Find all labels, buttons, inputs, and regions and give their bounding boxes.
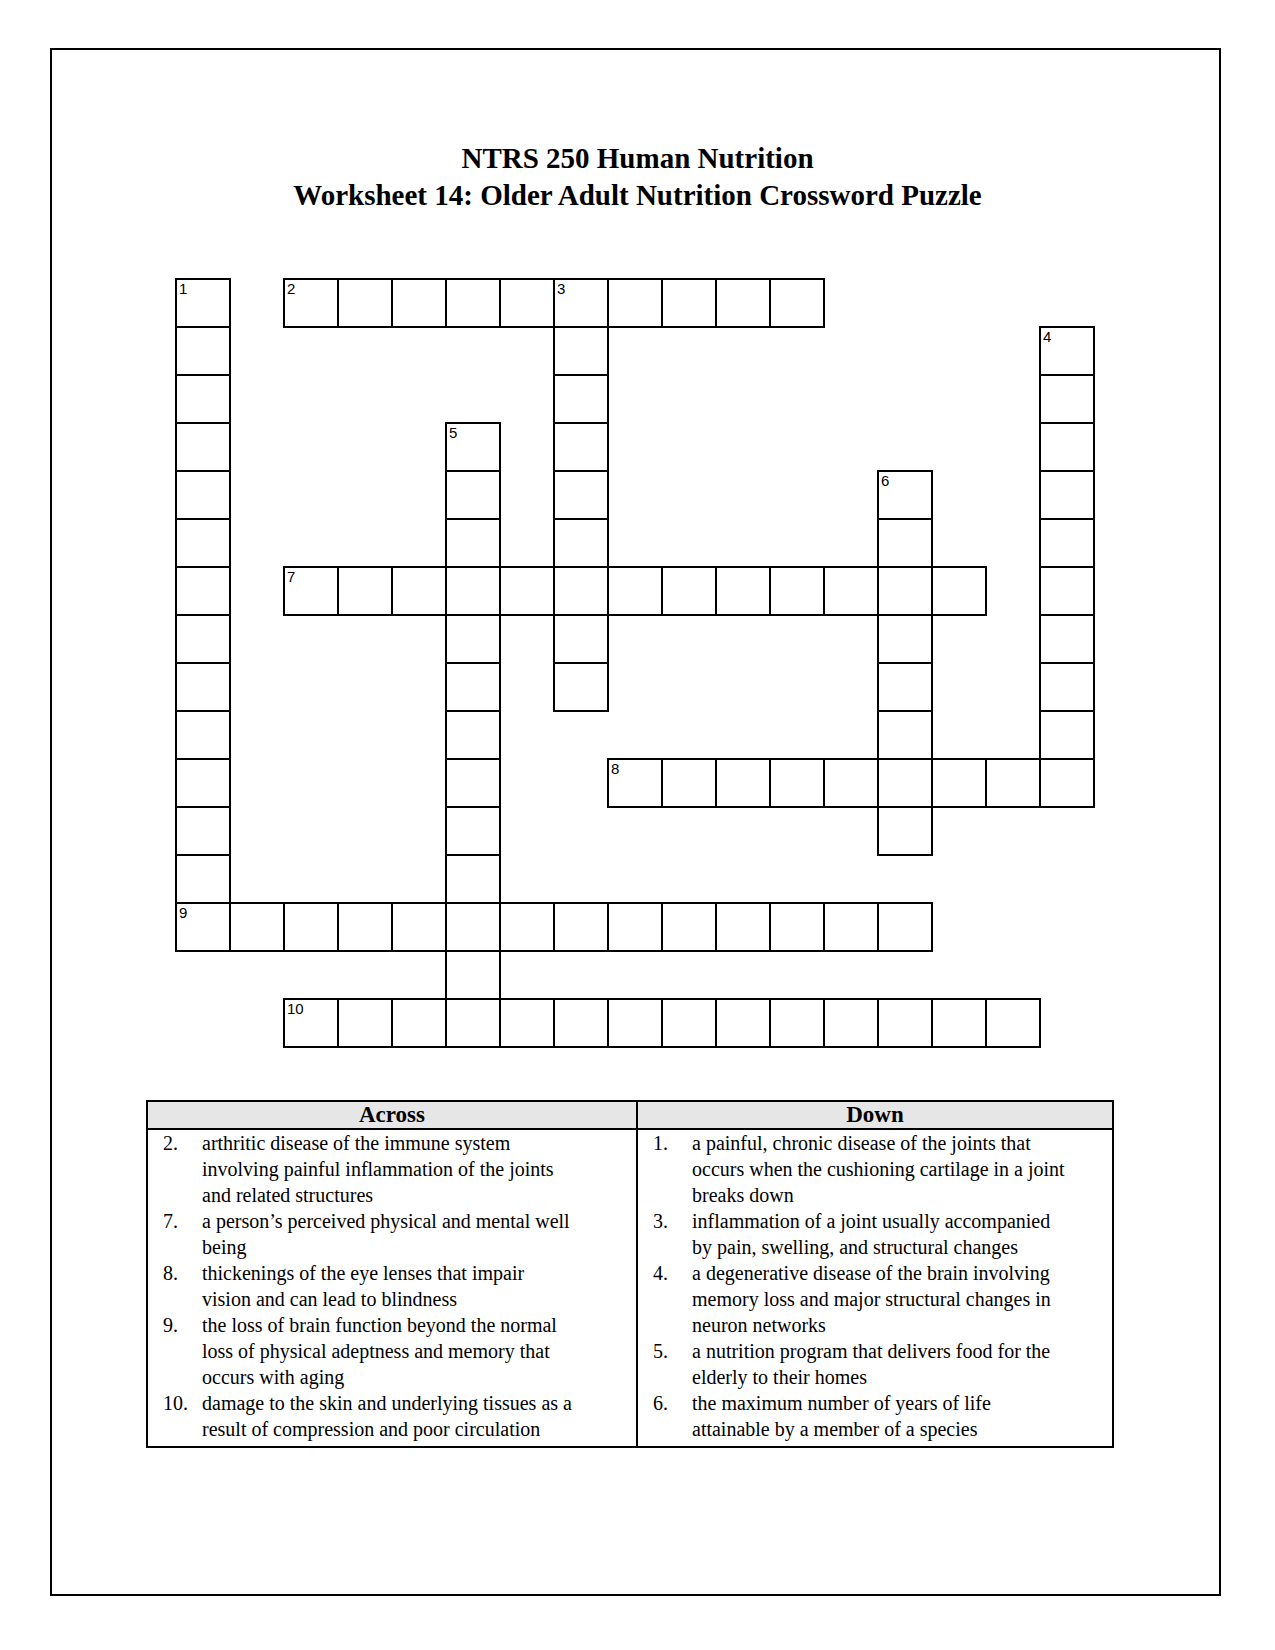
clue-line: a person’s perceived physical and mental… [202,1208,636,1234]
clue-line: result of compression and poor circulati… [202,1416,636,1442]
grid-cell-r15c14[interactable] [931,998,987,1048]
grid-cell-r6c5[interactable] [445,566,501,616]
grid-cell-r13c11[interactable] [769,902,825,952]
grid-cell-r15c12[interactable] [823,998,879,1048]
grid-cell-r12c0[interactable] [175,854,231,904]
clue-text: a person’s perceived physical and mental… [202,1208,636,1260]
down-clue-3: 3.inflammation of a joint usually accomp… [638,1208,1112,1260]
grid-cell-r10c10[interactable] [715,758,771,808]
clue-line: elderly to their homes [692,1364,1112,1390]
clue-table: Across Down 2.arthritic disease of the i… [146,1100,1114,1448]
grid-cell-r15c5[interactable] [445,998,501,1048]
grid-cell-r0c8[interactable] [607,278,663,328]
grid-cell-r3c16[interactable] [1039,422,1095,472]
clue-line: the maximum number of years of life [692,1390,1112,1416]
grid-cell-r2c16[interactable] [1039,374,1095,424]
grid-cell-r4c5[interactable] [445,470,501,520]
grid-cell-r6c7[interactable] [553,566,609,616]
clue-line: vision and can lead to blindness [202,1286,636,1312]
down-clue-1: 1.a painful, chronic disease of the join… [638,1130,1112,1208]
down-clue-6: 6.the maximum number of years of lifeatt… [638,1390,1112,1442]
grid-cell-r13c7[interactable] [553,902,609,952]
grid-cell-r15c11[interactable] [769,998,825,1048]
grid-cell-r10c15[interactable] [985,758,1041,808]
clue-number: 1. [638,1130,692,1208]
grid-cell-r0c4[interactable] [391,278,447,328]
grid-cell-r9c5[interactable] [445,710,501,760]
grid-cell-r0c11[interactable] [769,278,825,328]
grid-cell-r6c16[interactable] [1039,566,1095,616]
clue-line: and related structures [202,1182,636,1208]
across-clue-2: 2.arthritic disease of the immune system… [148,1130,636,1208]
grid-cell-r8c0[interactable] [175,662,231,712]
clue-text: the loss of brain function beyond the no… [202,1312,636,1390]
grid-cell-r6c4[interactable] [391,566,447,616]
grid-cell-r13c5[interactable] [445,902,501,952]
crossword-grid: 12345678910 [175,278,1095,1048]
grid-cell-r10c5[interactable] [445,758,501,808]
down-clue-4: 4.a degenerative disease of the brain in… [638,1260,1112,1338]
grid-cell-r0c3[interactable] [337,278,393,328]
grid-cell-r15c2[interactable] [283,998,339,1048]
clue-number: 9. [148,1312,202,1390]
grid-cell-r6c14[interactable] [931,566,987,616]
grid-cell-r3c5[interactable] [445,422,501,472]
grid-cell-r14c5[interactable] [445,950,501,1000]
grid-cell-r11c5[interactable] [445,806,501,856]
across-clue-9: 9.the loss of brain function beyond the … [148,1312,636,1390]
clue-line: occurs when the cushioning cartilage in … [692,1156,1112,1182]
grid-cell-r13c0[interactable] [175,902,231,952]
clue-line: loss of physical adeptness and memory th… [202,1338,636,1364]
grid-cell-r10c0[interactable] [175,758,231,808]
grid-cell-r2c7[interactable] [553,374,609,424]
clue-line: by pain, swelling, and structural change… [692,1234,1112,1260]
grid-cell-r0c7[interactable] [553,278,609,328]
across-clues-column: 2.arthritic disease of the immune system… [148,1130,638,1446]
grid-cell-r10c9[interactable] [661,758,717,808]
clue-table-body: 2.arthritic disease of the immune system… [148,1130,1112,1446]
grid-cell-r1c0[interactable] [175,326,231,376]
clue-line: a degenerative disease of the brain invo… [692,1260,1112,1286]
clue-table-header: Across Down [148,1102,1112,1130]
clue-number: 8. [148,1260,202,1312]
grid-cell-r10c11[interactable] [769,758,825,808]
grid-cell-r13c4[interactable] [391,902,447,952]
clue-line: arthritic disease of the immune system [202,1130,636,1156]
clue-line: a painful, chronic disease of the joints… [692,1130,1112,1156]
grid-cell-r15c8[interactable] [607,998,663,1048]
across-clue-7: 7.a person’s perceived physical and ment… [148,1208,636,1260]
clue-line: occurs with aging [202,1364,636,1390]
grid-cell-r6c2[interactable] [283,566,339,616]
grid-cell-r0c2[interactable] [283,278,339,328]
grid-cell-r6c11[interactable] [769,566,825,616]
title-line-1: NTRS 250 Human Nutrition [0,140,1275,177]
clue-text: a nutrition program that delivers food f… [692,1338,1112,1390]
clue-line: inflammation of a joint usually accompan… [692,1208,1112,1234]
grid-cell-r4c16[interactable] [1039,470,1095,520]
grid-cell-r5c13[interactable] [877,518,933,568]
grid-cell-r8c16[interactable] [1039,662,1095,712]
grid-cell-r1c7[interactable] [553,326,609,376]
grid-cell-r15c9[interactable] [661,998,717,1048]
page-title: NTRS 250 Human Nutrition Worksheet 14: O… [0,140,1275,214]
grid-cell-r5c5[interactable] [445,518,501,568]
grid-cell-r8c13[interactable] [877,662,933,712]
grid-cell-r11c0[interactable] [175,806,231,856]
grid-cell-r4c0[interactable] [175,470,231,520]
clue-number: 6. [638,1390,692,1442]
grid-cell-r0c10[interactable] [715,278,771,328]
grid-cell-r0c9[interactable] [661,278,717,328]
grid-cell-r9c16[interactable] [1039,710,1095,760]
clue-text: thickenings of the eye lenses that impai… [202,1260,636,1312]
grid-cell-r10c13[interactable] [877,758,933,808]
grid-cell-r6c13[interactable] [877,566,933,616]
grid-cell-r15c4[interactable] [391,998,447,1048]
grid-cell-r13c8[interactable] [607,902,663,952]
grid-cell-r15c3[interactable] [337,998,393,1048]
clue-text: the maximum number of years of lifeattai… [692,1390,1112,1442]
clue-number: 2. [148,1130,202,1208]
grid-cell-r13c6[interactable] [499,902,555,952]
grid-cell-r7c0[interactable] [175,614,231,664]
grid-cell-r8c5[interactable] [445,662,501,712]
grid-cell-r2c0[interactable] [175,374,231,424]
grid-cell-r3c7[interactable] [553,422,609,472]
clue-line: attainable by a member of a species [692,1416,1112,1442]
grid-cell-r10c16[interactable] [1039,758,1095,808]
across-header: Across [148,1102,638,1128]
grid-cell-r6c3[interactable] [337,566,393,616]
grid-cell-r13c3[interactable] [337,902,393,952]
down-clue-5: 5.a nutrition program that delivers food… [638,1338,1112,1390]
clue-text: a degenerative disease of the brain invo… [692,1260,1112,1338]
clue-line: the loss of brain function beyond the no… [202,1312,636,1338]
clue-line: breaks down [692,1182,1112,1208]
clue-text: a painful, chronic disease of the joints… [692,1130,1112,1208]
grid-cell-r15c7[interactable] [553,998,609,1048]
clue-text: arthritic disease of the immune systemin… [202,1130,636,1208]
grid-cell-r7c7[interactable] [553,614,609,664]
grid-cell-r6c0[interactable] [175,566,231,616]
grid-cell-r5c16[interactable] [1039,518,1095,568]
across-clue-8: 8.thickenings of the eye lenses that imp… [148,1260,636,1312]
grid-cell-r15c15[interactable] [985,998,1041,1048]
title-line-2: Worksheet 14: Older Adult Nutrition Cros… [0,177,1275,214]
grid-cell-r15c6[interactable] [499,998,555,1048]
clue-line: thickenings of the eye lenses that impai… [202,1260,636,1286]
grid-cell-r6c10[interactable] [715,566,771,616]
grid-cell-r6c6[interactable] [499,566,555,616]
grid-cell-r11c13[interactable] [877,806,933,856]
grid-cell-r8c7[interactable] [553,662,609,712]
grid-cell-r15c10[interactable] [715,998,771,1048]
clue-text: inflammation of a joint usually accompan… [692,1208,1112,1260]
grid-cell-r4c7[interactable] [553,470,609,520]
clue-line: being [202,1234,636,1260]
grid-cell-r4c13[interactable] [877,470,933,520]
clue-line: damage to the skin and underlying tissue… [202,1390,636,1416]
down-header: Down [638,1102,1112,1128]
clue-line: involving painful inflammation of the jo… [202,1156,636,1182]
grid-cell-r6c9[interactable] [661,566,717,616]
grid-cell-r13c12[interactable] [823,902,879,952]
grid-cell-r13c1[interactable] [229,902,285,952]
grid-cell-r0c6[interactable] [499,278,555,328]
clue-line: a nutrition program that delivers food f… [692,1338,1112,1364]
clue-number: 7. [148,1208,202,1260]
grid-cell-r5c0[interactable] [175,518,231,568]
grid-cell-r3c0[interactable] [175,422,231,472]
grid-cell-r15c13[interactable] [877,998,933,1048]
grid-cell-r0c5[interactable] [445,278,501,328]
clue-text: damage to the skin and underlying tissue… [202,1390,636,1442]
grid-cell-r13c10[interactable] [715,902,771,952]
grid-cell-r0c0[interactable] [175,278,231,328]
grid-cell-r10c14[interactable] [931,758,987,808]
grid-cell-r10c12[interactable] [823,758,879,808]
clue-number: 4. [638,1260,692,1338]
clue-line: neuron networks [692,1312,1112,1338]
grid-cell-r9c13[interactable] [877,710,933,760]
across-clue-10: 10.damage to the skin and underlying tis… [148,1390,636,1442]
grid-cell-r6c8[interactable] [607,566,663,616]
clue-number: 5. [638,1338,692,1390]
grid-cell-r9c0[interactable] [175,710,231,760]
grid-cell-r6c12[interactable] [823,566,879,616]
grid-cell-r7c16[interactable] [1039,614,1095,664]
grid-cell-r1c16[interactable] [1039,326,1095,376]
grid-cell-r13c9[interactable] [661,902,717,952]
grid-cell-r7c13[interactable] [877,614,933,664]
clue-line: memory loss and major structural changes… [692,1286,1112,1312]
grid-cell-r7c5[interactable] [445,614,501,664]
grid-cell-r13c13[interactable] [877,902,933,952]
clue-number: 10. [148,1390,202,1442]
grid-cell-r13c2[interactable] [283,902,339,952]
down-clues-column: 1.a painful, chronic disease of the join… [638,1130,1112,1446]
grid-cell-r10c8[interactable] [607,758,663,808]
clue-number: 3. [638,1208,692,1260]
grid-cell-r12c5[interactable] [445,854,501,904]
grid-cell-r5c7[interactable] [553,518,609,568]
worksheet-page: NTRS 250 Human Nutrition Worksheet 14: O… [0,0,1275,1650]
